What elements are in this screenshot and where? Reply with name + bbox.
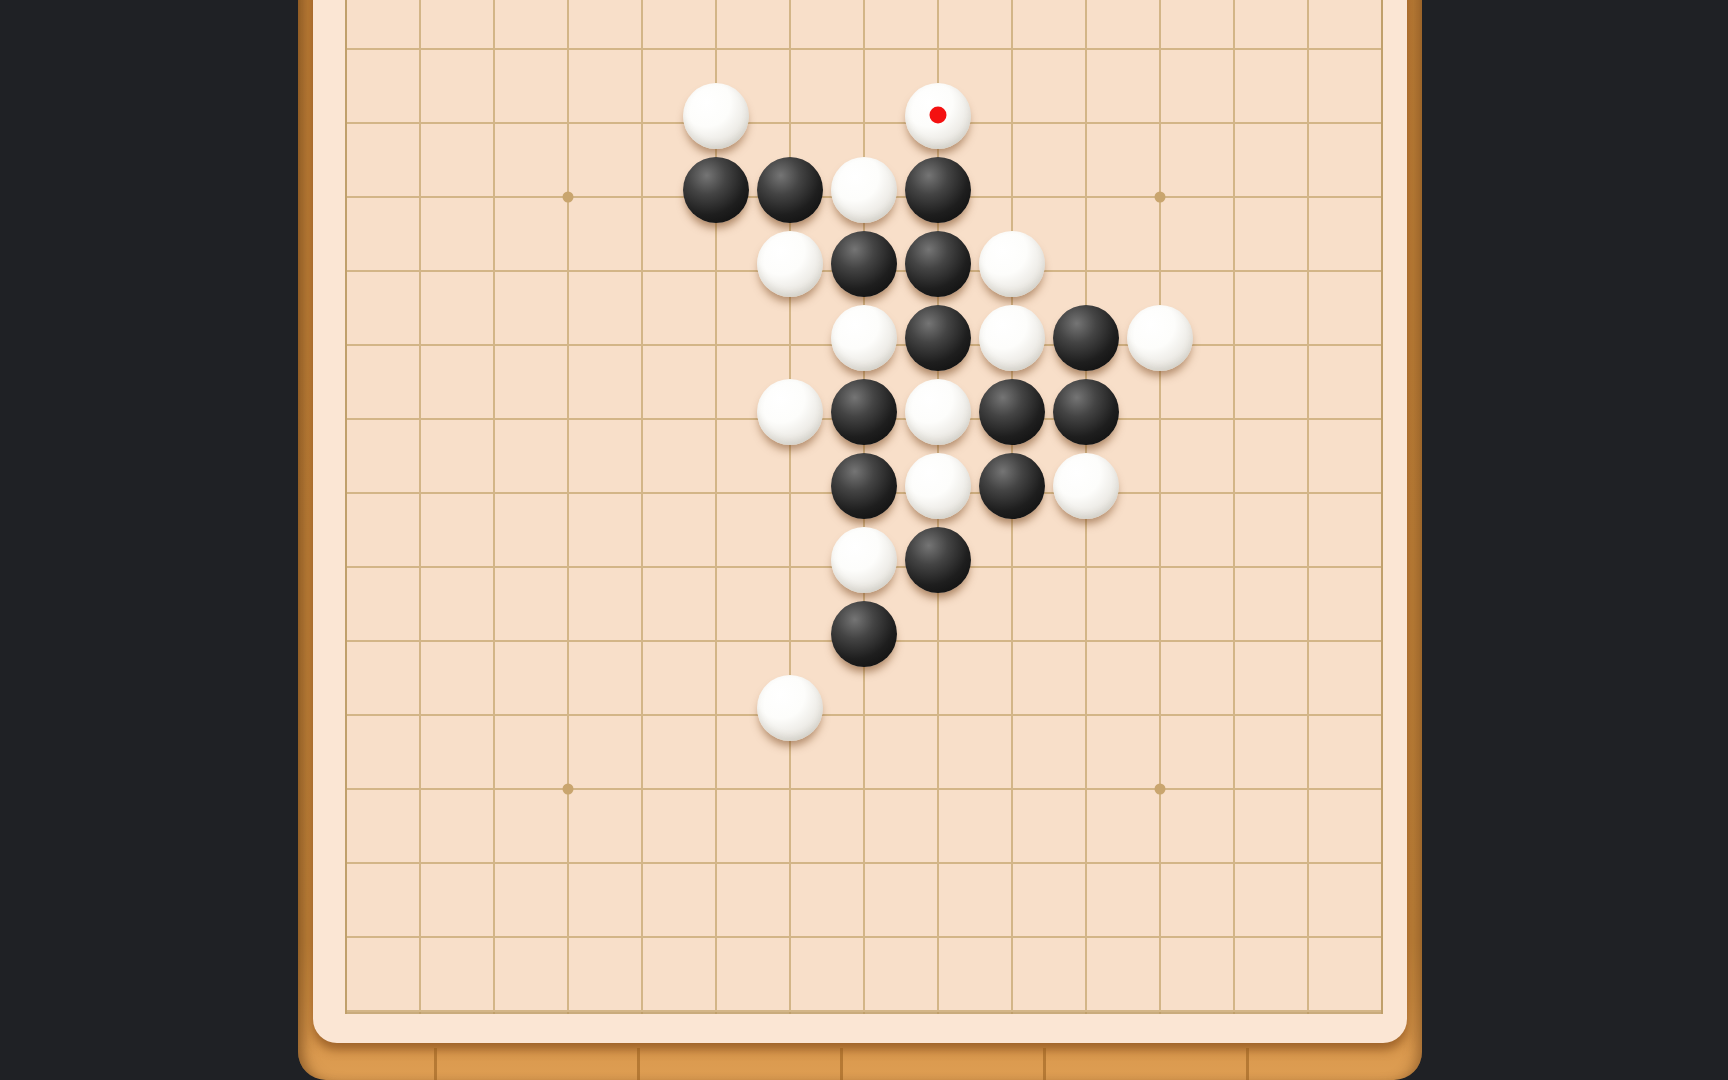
white-stone [1127, 305, 1193, 371]
white-stone [905, 379, 971, 445]
board-side [298, 0, 1422, 1080]
white-stone [905, 83, 971, 149]
board-grid[interactable] [345, 0, 1383, 1014]
black-stone [905, 305, 971, 371]
black-stone [831, 231, 897, 297]
white-stone [905, 453, 971, 519]
black-stone [1053, 379, 1119, 445]
app-background [0, 0, 1728, 1080]
white-stone [757, 379, 823, 445]
white-stone [979, 305, 1045, 371]
white-stone [831, 157, 897, 223]
black-stone [831, 601, 897, 667]
black-stone [683, 157, 749, 223]
white-stone [757, 231, 823, 297]
black-stone [905, 231, 971, 297]
wood-plank-seam [434, 1048, 437, 1080]
white-stone [683, 83, 749, 149]
black-stone [979, 453, 1045, 519]
white-stone [831, 305, 897, 371]
white-stone [979, 231, 1045, 297]
star-point [1155, 192, 1166, 203]
wood-plank-seam [637, 1048, 640, 1080]
white-stone [757, 675, 823, 741]
wood-plank-seam [840, 1048, 843, 1080]
star-point [563, 784, 574, 795]
black-stone [831, 453, 897, 519]
last-move-marker [930, 106, 947, 123]
wood-plank-seam [1246, 1048, 1249, 1080]
black-stone [979, 379, 1045, 445]
black-stone [831, 379, 897, 445]
black-stone [757, 157, 823, 223]
black-stone [905, 157, 971, 223]
black-stone [1053, 305, 1119, 371]
star-point [1155, 784, 1166, 795]
black-stone [905, 527, 971, 593]
wood-plank-seam [1043, 1048, 1046, 1080]
white-stone [1053, 453, 1119, 519]
board-surface [313, 0, 1407, 1043]
white-stone [831, 527, 897, 593]
star-point [563, 192, 574, 203]
